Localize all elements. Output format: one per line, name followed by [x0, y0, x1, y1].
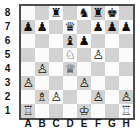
square-b8[interactable] [35, 6, 49, 20]
file-label-h: H [119, 118, 133, 129]
square-c4[interactable] [49, 62, 63, 76]
square-h7[interactable]: ♟ [119, 20, 133, 34]
square-d2[interactable] [63, 90, 77, 104]
square-c1[interactable] [49, 104, 63, 118]
square-a1[interactable]: ♖ [21, 104, 35, 118]
rank-label-8: 8 [1, 6, 14, 20]
square-g2[interactable] [105, 90, 119, 104]
square-d1[interactable] [63, 104, 77, 118]
file-label-a: A [21, 118, 35, 129]
square-e6[interactable]: ♟ [77, 34, 91, 48]
square-g7[interactable]: ♟ [105, 20, 119, 34]
white-pawn-f2[interactable]: ♙ [91, 90, 105, 104]
square-g3[interactable] [105, 76, 119, 90]
square-d7[interactable]: ♛ [63, 20, 77, 34]
rank-label-6: 6 [1, 34, 14, 48]
file-label-e: E [77, 118, 91, 129]
black-pawn-f7[interactable]: ♟ [91, 20, 105, 34]
square-h4[interactable] [119, 62, 133, 76]
square-h5[interactable] [119, 48, 133, 62]
white-pawn-h2[interactable]: ♙ [119, 90, 133, 104]
white-rook-a1[interactable]: ♖ [21, 104, 35, 118]
square-e4[interactable] [77, 62, 91, 76]
square-a3[interactable]: ♙ [21, 76, 35, 90]
square-e5[interactable] [77, 48, 91, 62]
square-f5[interactable]: ♙ [91, 48, 105, 62]
black-pawn-h7[interactable]: ♟ [119, 20, 133, 34]
rank-labels: 87654321 [1, 6, 14, 118]
white-queen-d4[interactable]: ♕ [63, 62, 77, 76]
rank-label-3: 3 [1, 76, 14, 90]
square-b2[interactable]: ♗ [35, 90, 49, 104]
square-e2[interactable] [77, 90, 91, 104]
square-d4[interactable]: ♕ [63, 62, 77, 76]
black-rook-f8[interactable]: ♜ [91, 6, 105, 20]
rank-label-7: 7 [1, 20, 14, 34]
square-b1[interactable] [35, 104, 49, 118]
square-h3[interactable] [119, 76, 133, 90]
square-c2[interactable]: ♙ [49, 90, 63, 104]
square-e3[interactable]: ♙ [77, 76, 91, 90]
square-f3[interactable] [91, 76, 105, 90]
black-pawn-a7[interactable]: ♟ [21, 20, 35, 34]
rank-label-5: 5 [1, 48, 14, 62]
black-queen-d7[interactable]: ♛ [63, 20, 77, 34]
chess-diagram: 87654321 ♜♞♜♚♟♟♛♟♟♟♝♟♘♙♙♕♙♙♗♙♙♙♖♔♖ ABCDE… [0, 0, 140, 129]
square-b4[interactable]: ♙ [35, 62, 49, 76]
white-pawn-f5[interactable]: ♙ [91, 48, 105, 62]
square-a6[interactable] [21, 34, 35, 48]
square-d6[interactable]: ♝ [63, 34, 77, 48]
square-f4[interactable] [91, 62, 105, 76]
file-labels: ABCDEFGH [21, 118, 133, 129]
square-b3[interactable] [35, 76, 49, 90]
square-h2[interactable]: ♙ [119, 90, 133, 104]
file-label-g: G [105, 118, 119, 129]
file-label-b: B [35, 118, 49, 129]
square-e1[interactable]: ♔ [77, 104, 91, 118]
black-king-g8[interactable]: ♚ [105, 6, 119, 20]
square-c3[interactable] [49, 76, 63, 90]
square-g8[interactable]: ♚ [105, 6, 119, 20]
white-pawn-c2[interactable]: ♙ [49, 90, 63, 104]
black-pawn-e6[interactable]: ♟ [77, 34, 91, 48]
square-g6[interactable] [105, 34, 119, 48]
square-f1[interactable] [91, 104, 105, 118]
square-a5[interactable] [21, 48, 35, 62]
chess-board: ♜♞♜♚♟♟♛♟♟♟♝♟♘♙♙♕♙♙♗♙♙♙♖♔♖ [19, 4, 135, 120]
black-pawn-b7[interactable]: ♟ [35, 20, 49, 34]
white-pawn-a3[interactable]: ♙ [21, 76, 35, 90]
white-knight-d5[interactable]: ♘ [63, 48, 77, 62]
white-bishop-b2[interactable]: ♗ [35, 90, 49, 104]
rank-label-1: 1 [1, 104, 14, 118]
square-e7[interactable] [77, 20, 91, 34]
black-pawn-g7[interactable]: ♟ [105, 20, 119, 34]
square-f6[interactable] [91, 34, 105, 48]
square-g1[interactable] [105, 104, 119, 118]
rank-label-2: 2 [1, 90, 14, 104]
square-a4[interactable] [21, 62, 35, 76]
square-d5[interactable]: ♘ [63, 48, 77, 62]
black-bishop-d6[interactable]: ♝ [63, 34, 77, 48]
square-a7[interactable]: ♟ [21, 20, 35, 34]
white-rook-h1[interactable]: ♖ [119, 104, 133, 118]
file-label-f: F [91, 118, 105, 129]
square-f2[interactable]: ♙ [91, 90, 105, 104]
square-c6[interactable] [49, 34, 63, 48]
square-a2[interactable] [21, 90, 35, 104]
file-label-c: C [49, 118, 63, 129]
square-h1[interactable]: ♖ [119, 104, 133, 118]
square-c7[interactable] [49, 20, 63, 34]
square-b5[interactable] [35, 48, 49, 62]
square-d8[interactable] [63, 6, 77, 20]
square-b7[interactable]: ♟ [35, 20, 49, 34]
square-h6[interactable] [119, 34, 133, 48]
square-h8[interactable] [119, 6, 133, 20]
square-c8[interactable]: ♜ [49, 6, 63, 20]
square-a8[interactable] [21, 6, 35, 20]
black-rook-c8[interactable]: ♜ [49, 6, 63, 20]
file-label-d: D [63, 118, 77, 129]
rank-label-4: 4 [1, 62, 14, 76]
square-g4[interactable] [105, 62, 119, 76]
square-e8[interactable]: ♞ [77, 6, 91, 20]
square-c5[interactable] [49, 48, 63, 62]
square-d3[interactable] [63, 76, 77, 90]
black-knight-e8[interactable]: ♞ [77, 6, 91, 20]
square-f8[interactable]: ♜ [91, 6, 105, 20]
white-pawn-b4[interactable]: ♙ [35, 62, 49, 76]
square-f7[interactable]: ♟ [91, 20, 105, 34]
white-pawn-e3[interactable]: ♙ [77, 76, 91, 90]
square-g5[interactable] [105, 48, 119, 62]
square-b6[interactable] [35, 34, 49, 48]
white-king-e1[interactable]: ♔ [77, 104, 91, 118]
